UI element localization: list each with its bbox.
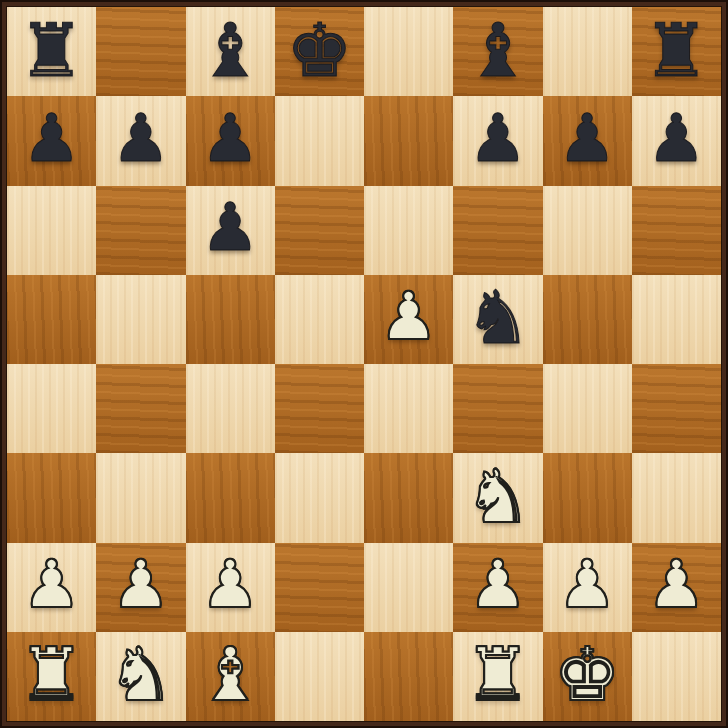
piece-black-rook[interactable]: ♜	[643, 13, 709, 87]
piece-white-pawn[interactable]: ♟	[111, 552, 170, 618]
piece-black-pawn[interactable]: ♟	[22, 106, 81, 172]
piece-white-pawn[interactable]: ♟	[647, 552, 706, 618]
square-c4[interactable]	[186, 364, 275, 453]
square-e1[interactable]	[364, 632, 453, 721]
piece-white-bishop[interactable]: ♝	[197, 637, 263, 711]
square-h3[interactable]	[632, 453, 721, 542]
square-a6[interactable]	[7, 186, 96, 275]
piece-black-pawn[interactable]: ♟	[647, 106, 706, 172]
piece-black-pawn[interactable]: ♟	[201, 195, 260, 261]
square-h1[interactable]	[632, 632, 721, 721]
piece-white-king[interactable]: ♚	[554, 637, 620, 711]
chess-board: ♜♝♚♝♜♟♟♟♟♟♟♟♟♞♞♟♟♟♟♟♟♜♞♝♜♚	[7, 7, 721, 721]
square-e3[interactable]	[364, 453, 453, 542]
piece-white-rook[interactable]: ♜	[18, 637, 84, 711]
piece-black-pawn[interactable]: ♟	[558, 106, 617, 172]
square-d8[interactable]: ♚	[275, 7, 364, 96]
piece-white-pawn[interactable]: ♟	[379, 284, 438, 350]
square-f5[interactable]: ♞	[453, 275, 542, 364]
square-f7[interactable]: ♟	[453, 96, 542, 185]
piece-white-knight[interactable]: ♞	[465, 459, 531, 533]
square-g8[interactable]	[543, 7, 632, 96]
piece-white-pawn[interactable]: ♟	[468, 552, 527, 618]
piece-black-pawn[interactable]: ♟	[201, 106, 260, 172]
square-d2[interactable]	[275, 543, 364, 632]
square-a7[interactable]: ♟	[7, 96, 96, 185]
square-e5[interactable]: ♟	[364, 275, 453, 364]
piece-black-knight[interactable]: ♞	[465, 280, 531, 354]
square-f3[interactable]: ♞	[453, 453, 542, 542]
square-c5[interactable]	[186, 275, 275, 364]
square-e8[interactable]	[364, 7, 453, 96]
piece-black-bishop[interactable]: ♝	[465, 13, 531, 87]
square-h6[interactable]	[632, 186, 721, 275]
square-c6[interactable]: ♟	[186, 186, 275, 275]
square-f8[interactable]: ♝	[453, 7, 542, 96]
square-h8[interactable]: ♜	[632, 7, 721, 96]
square-d5[interactable]	[275, 275, 364, 364]
square-f4[interactable]	[453, 364, 542, 453]
square-d7[interactable]	[275, 96, 364, 185]
square-d6[interactable]	[275, 186, 364, 275]
square-a5[interactable]	[7, 275, 96, 364]
piece-white-pawn[interactable]: ♟	[558, 552, 617, 618]
square-d4[interactable]	[275, 364, 364, 453]
square-b1[interactable]: ♞	[96, 632, 185, 721]
square-c3[interactable]	[186, 453, 275, 542]
square-e7[interactable]	[364, 96, 453, 185]
square-b5[interactable]	[96, 275, 185, 364]
square-a2[interactable]: ♟	[7, 543, 96, 632]
square-b3[interactable]	[96, 453, 185, 542]
piece-black-rook[interactable]: ♜	[18, 13, 84, 87]
square-f2[interactable]: ♟	[453, 543, 542, 632]
square-e4[interactable]	[364, 364, 453, 453]
square-h2[interactable]: ♟	[632, 543, 721, 632]
piece-black-king[interactable]: ♚	[286, 13, 352, 87]
piece-black-pawn[interactable]: ♟	[111, 106, 170, 172]
square-a1[interactable]: ♜	[7, 632, 96, 721]
square-f1[interactable]: ♜	[453, 632, 542, 721]
piece-white-knight[interactable]: ♞	[108, 637, 174, 711]
square-g7[interactable]: ♟	[543, 96, 632, 185]
square-f6[interactable]	[453, 186, 542, 275]
square-h7[interactable]: ♟	[632, 96, 721, 185]
square-g2[interactable]: ♟	[543, 543, 632, 632]
square-g5[interactable]	[543, 275, 632, 364]
square-b8[interactable]	[96, 7, 185, 96]
square-h5[interactable]	[632, 275, 721, 364]
square-b2[interactable]: ♟	[96, 543, 185, 632]
piece-white-pawn[interactable]: ♟	[22, 552, 81, 618]
square-d3[interactable]	[275, 453, 364, 542]
square-b7[interactable]: ♟	[96, 96, 185, 185]
square-e2[interactable]	[364, 543, 453, 632]
piece-black-bishop[interactable]: ♝	[197, 13, 263, 87]
square-c2[interactable]: ♟	[186, 543, 275, 632]
square-b6[interactable]	[96, 186, 185, 275]
square-c1[interactable]: ♝	[186, 632, 275, 721]
square-b4[interactable]	[96, 364, 185, 453]
piece-white-pawn[interactable]: ♟	[201, 552, 260, 618]
square-a3[interactable]	[7, 453, 96, 542]
square-h4[interactable]	[632, 364, 721, 453]
square-g1[interactable]: ♚	[543, 632, 632, 721]
square-g6[interactable]	[543, 186, 632, 275]
square-c8[interactable]: ♝	[186, 7, 275, 96]
square-e6[interactable]	[364, 186, 453, 275]
square-g3[interactable]	[543, 453, 632, 542]
square-d1[interactable]	[275, 632, 364, 721]
piece-white-rook[interactable]: ♜	[465, 637, 531, 711]
board-frame: ♜♝♚♝♜♟♟♟♟♟♟♟♟♞♞♟♟♟♟♟♟♜♞♝♜♚	[0, 0, 728, 728]
square-g4[interactable]	[543, 364, 632, 453]
square-a8[interactable]: ♜	[7, 7, 96, 96]
piece-black-pawn[interactable]: ♟	[468, 106, 527, 172]
square-c7[interactable]: ♟	[186, 96, 275, 185]
square-a4[interactable]	[7, 364, 96, 453]
